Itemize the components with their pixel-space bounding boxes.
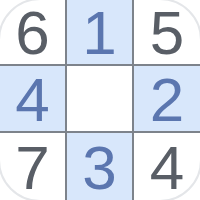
cell-digit: 7 [15,137,49,199]
grid-cell-r3c1[interactable]: 7 [0,133,65,200]
cell-digit: 6 [15,2,49,64]
grid-cell-r1c1[interactable]: 6 [0,0,65,64]
sudoku-grid: 61542734 [0,0,200,200]
grid-cell-r1c3[interactable]: 5 [134,0,200,64]
sudoku-app-icon: 61542734 [0,0,200,200]
grid-cell-r3c3[interactable]: 4 [134,133,200,200]
cell-digit: 3 [82,137,116,199]
grid-cell-r2c2[interactable] [67,66,132,131]
grid-cell-r3c2[interactable]: 3 [67,133,132,200]
cell-digit: 1 [82,2,116,64]
grid-cell-r2c3[interactable]: 2 [134,66,200,131]
cell-digit: 2 [150,69,184,131]
grid-cell-r2c1[interactable]: 4 [0,66,65,131]
cell-digit: 4 [150,137,184,199]
cell-digit: 4 [15,69,49,131]
grid-cell-r1c2[interactable]: 1 [67,0,132,64]
cell-digit: 5 [150,2,184,64]
